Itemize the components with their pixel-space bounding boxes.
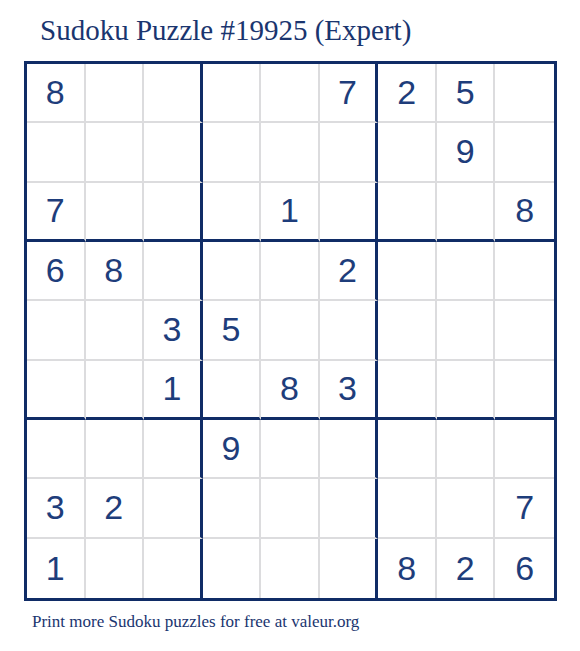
cell-r5c6 (320, 301, 379, 360)
cell-r5c9 (495, 301, 554, 360)
cell-r9c9: 6 (495, 539, 554, 598)
cell-r9c1: 1 (27, 539, 86, 598)
cell-r3c8 (437, 183, 496, 242)
cell-r3c2 (86, 183, 145, 242)
cell-r8c1: 3 (27, 479, 86, 538)
sudoku-grid: 872597186823518393271826 (24, 61, 557, 601)
cell-r8c9: 7 (495, 479, 554, 538)
cell-r3c5: 1 (261, 183, 320, 242)
cell-r1c7: 2 (378, 64, 437, 123)
cell-r8c2: 2 (86, 479, 145, 538)
cell-r6c2 (86, 361, 145, 420)
cell-r9c3 (144, 539, 203, 598)
cell-r7c5 (261, 420, 320, 479)
cell-r6c4 (203, 361, 262, 420)
cell-r6c5: 8 (261, 361, 320, 420)
cell-r5c5 (261, 301, 320, 360)
cell-r2c5 (261, 123, 320, 182)
cell-r8c4 (203, 479, 262, 538)
cell-r7c9 (495, 420, 554, 479)
cell-r3c3 (144, 183, 203, 242)
cell-r4c1: 6 (27, 242, 86, 301)
cell-r6c3: 1 (144, 361, 203, 420)
cell-r9c7: 8 (378, 539, 437, 598)
cell-r1c2 (86, 64, 145, 123)
cell-r5c4: 5 (203, 301, 262, 360)
cell-r4c2: 8 (86, 242, 145, 301)
cell-r7c3 (144, 420, 203, 479)
cell-r4c9 (495, 242, 554, 301)
cell-r3c9: 8 (495, 183, 554, 242)
cell-r2c3 (144, 123, 203, 182)
cell-r2c2 (86, 123, 145, 182)
cell-r9c8: 2 (437, 539, 496, 598)
cell-r7c6 (320, 420, 379, 479)
cell-r8c5 (261, 479, 320, 538)
cell-r5c3: 3 (144, 301, 203, 360)
cell-r1c1: 8 (27, 64, 86, 123)
cell-r8c6 (320, 479, 379, 538)
cell-r7c2 (86, 420, 145, 479)
cell-r2c7 (378, 123, 437, 182)
cell-r5c8 (437, 301, 496, 360)
cell-r6c6: 3 (320, 361, 379, 420)
cell-r8c7 (378, 479, 437, 538)
cell-r8c3 (144, 479, 203, 538)
cell-r1c5 (261, 64, 320, 123)
cell-r1c9 (495, 64, 554, 123)
cell-r1c4 (203, 64, 262, 123)
cell-r2c9 (495, 123, 554, 182)
cell-r4c3 (144, 242, 203, 301)
cell-r6c7 (378, 361, 437, 420)
cell-r5c7 (378, 301, 437, 360)
cell-r1c8: 5 (437, 64, 496, 123)
cell-r5c1 (27, 301, 86, 360)
footer-text: Print more Sudoku puzzles for free at va… (32, 612, 359, 632)
cell-r4c7 (378, 242, 437, 301)
cell-r7c1 (27, 420, 86, 479)
cell-r4c4 (203, 242, 262, 301)
cell-r6c1 (27, 361, 86, 420)
cell-r2c4 (203, 123, 262, 182)
cell-r1c6: 7 (320, 64, 379, 123)
cell-r9c6 (320, 539, 379, 598)
cell-r3c4 (203, 183, 262, 242)
cell-r3c6 (320, 183, 379, 242)
cell-r7c7 (378, 420, 437, 479)
cell-r5c2 (86, 301, 145, 360)
cell-r3c1: 7 (27, 183, 86, 242)
cell-r7c8 (437, 420, 496, 479)
cell-r9c4 (203, 539, 262, 598)
cell-r6c9 (495, 361, 554, 420)
cell-r9c5 (261, 539, 320, 598)
cell-r2c6 (320, 123, 379, 182)
cell-r8c8 (437, 479, 496, 538)
cell-r4c8 (437, 242, 496, 301)
cell-r7c4: 9 (203, 420, 262, 479)
cell-r9c2 (86, 539, 145, 598)
cell-r2c8: 9 (437, 123, 496, 182)
cell-r2c1 (27, 123, 86, 182)
cell-r3c7 (378, 183, 437, 242)
cell-r4c5 (261, 242, 320, 301)
cell-r6c8 (437, 361, 496, 420)
cell-r1c3 (144, 64, 203, 123)
cell-r4c6: 2 (320, 242, 379, 301)
page-title: Sudoku Puzzle #19925 (Expert) (40, 14, 411, 47)
